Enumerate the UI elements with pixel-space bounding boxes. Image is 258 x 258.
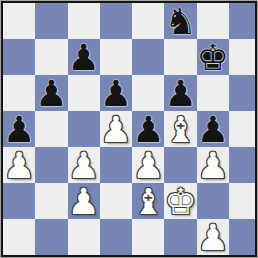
square-c8[interactable] [68,3,100,39]
square-h2[interactable] [229,219,255,255]
square-g8[interactable] [197,3,229,39]
square-b8[interactable] [35,3,67,39]
square-d3[interactable] [100,183,132,219]
square-h4[interactable] [229,147,255,183]
square-e8[interactable] [132,3,164,39]
square-e2[interactable] [132,219,164,255]
square-c4[interactable]: ♟ [68,147,100,183]
piece-white-pawn[interactable]: ♟ [100,112,132,148]
square-d4[interactable] [100,147,132,183]
square-g4[interactable]: ♟ [197,147,229,183]
square-c2[interactable] [68,219,100,255]
square-h6[interactable] [229,75,255,111]
square-e3[interactable]: ♝ [132,183,164,219]
square-e6[interactable] [132,75,164,111]
square-d6[interactable]: ♟ [100,75,132,111]
square-a8[interactable] [3,3,35,39]
piece-white-pawn[interactable]: ♟ [197,148,229,184]
piece-black-pawn[interactable]: ♟ [100,76,132,112]
square-f8[interactable]: ♞ [164,3,196,39]
square-d2[interactable] [100,219,132,255]
square-d5[interactable]: ♟ [100,111,132,147]
square-f4[interactable] [164,147,196,183]
piece-black-pawn[interactable]: ♟ [132,112,164,148]
square-b5[interactable] [35,111,67,147]
square-h7[interactable] [229,39,255,75]
square-c7[interactable]: ♟ [68,39,100,75]
square-h5[interactable] [229,111,255,147]
square-a4[interactable]: ♟ [3,147,35,183]
piece-white-pawn[interactable]: ♟ [3,148,35,184]
square-a5[interactable]: ♟ [3,111,35,147]
piece-white-pawn[interactable]: ♟ [132,148,164,184]
piece-white-pawn[interactable]: ♟ [68,184,100,220]
square-h3[interactable] [229,183,255,219]
square-f2[interactable] [164,219,196,255]
square-b7[interactable] [35,39,67,75]
piece-black-pawn[interactable]: ♟ [164,76,196,112]
square-e5[interactable]: ♟ [132,111,164,147]
square-h8[interactable] [229,3,255,39]
square-c6[interactable] [68,75,100,111]
piece-black-king[interactable]: ♚ [197,40,229,76]
square-a2[interactable] [3,219,35,255]
square-b3[interactable] [35,183,67,219]
piece-white-bishop[interactable]: ♝ [132,184,164,220]
square-b6[interactable]: ♟ [35,75,67,111]
piece-black-pawn[interactable]: ♟ [68,40,100,76]
piece-black-knight[interactable]: ♞ [164,4,196,40]
chess-board: ♞♟♚♟♟♟♟♟♟♝♟♟♟♟♟♟♝♚♟ [0,0,258,258]
board-grid: ♞♟♚♟♟♟♟♟♟♝♟♟♟♟♟♟♝♚♟ [1,1,257,257]
square-g3[interactable] [197,183,229,219]
piece-black-pawn[interactable]: ♟ [3,112,35,148]
square-b2[interactable] [35,219,67,255]
square-f7[interactable] [164,39,196,75]
piece-black-pawn[interactable]: ♟ [35,76,67,112]
piece-white-king[interactable]: ♚ [164,184,196,220]
piece-black-pawn[interactable]: ♟ [197,112,229,148]
square-b4[interactable] [35,147,67,183]
square-g7[interactable]: ♚ [197,39,229,75]
piece-white-pawn[interactable]: ♟ [68,148,100,184]
piece-white-pawn[interactable]: ♟ [197,220,229,256]
square-g5[interactable]: ♟ [197,111,229,147]
piece-white-bishop[interactable]: ♝ [164,112,196,148]
square-g6[interactable] [197,75,229,111]
square-e7[interactable] [132,39,164,75]
square-d8[interactable] [100,3,132,39]
square-f6[interactable]: ♟ [164,75,196,111]
square-d7[interactable] [100,39,132,75]
square-g2[interactable]: ♟ [197,219,229,255]
square-a6[interactable] [3,75,35,111]
square-e4[interactable]: ♟ [132,147,164,183]
square-a3[interactable] [3,183,35,219]
square-c5[interactable] [68,111,100,147]
square-c3[interactable]: ♟ [68,183,100,219]
square-f5[interactable]: ♝ [164,111,196,147]
square-a7[interactable] [3,39,35,75]
square-f3[interactable]: ♚ [164,183,196,219]
